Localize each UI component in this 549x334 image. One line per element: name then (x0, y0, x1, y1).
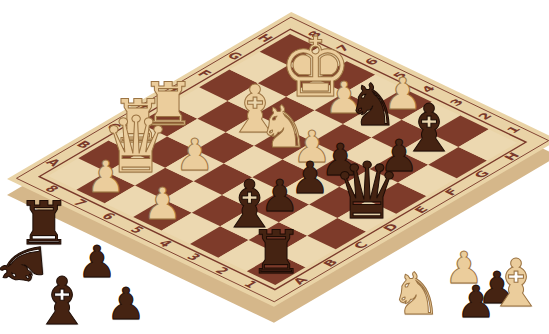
piece-dark-pawn-offboard-4[interactable]: ♟ (100, 282, 153, 326)
piece-light-pawn-a7[interactable]: ♟ (79, 155, 132, 199)
piece-light-knight-offboard-5[interactable]: ♞ (381, 265, 451, 323)
piece-dark-rook-a1[interactable]: ♜ (240, 222, 312, 282)
piece-dark-queen-d1[interactable]: ♛ (320, 152, 414, 230)
piece-light-pawn-a5[interactable]: ♟ (136, 182, 189, 226)
piece-dark-bishop-offboard-2[interactable]: ♝ (22, 269, 101, 334)
piece-dark-pawn-offboard-7[interactable]: ♟ (450, 280, 503, 324)
chess-scene: AABBCCDDEEFFGGHH8877665544332211 ♜♜♛♟♚♝♟… (0, 0, 549, 334)
